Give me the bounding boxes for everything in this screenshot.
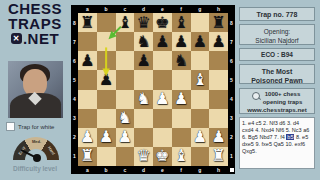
rank-right-2: 2 — [228, 128, 235, 147]
square-b1[interactable] — [97, 147, 116, 166]
white-pawn: ♟ — [193, 129, 207, 145]
rank-left-2: 2 — [71, 128, 78, 147]
square-f8[interactable]: ♝ — [172, 13, 191, 32]
file-labels-bottom: abcdefgh — [78, 166, 228, 174]
trap-side-option[interactable]: Trap for white — [6, 122, 54, 131]
white-pawn: ♟ — [80, 129, 94, 145]
promo-line-1: 1000+ chess — [265, 91, 301, 97]
black-rook: ♜ — [211, 15, 225, 31]
white-knight: ♞ — [118, 110, 132, 126]
promo-box: 1000+ chess opening traps www.chesstraps… — [239, 88, 315, 114]
file-top-h: h — [209, 5, 228, 13]
magnifier-icon — [252, 92, 261, 101]
square-b7[interactable] — [97, 32, 116, 51]
black-knight: ♞ — [136, 34, 150, 50]
square-b2[interactable]: ♟ — [97, 128, 116, 147]
file-bottom-f: f — [172, 166, 191, 174]
trap-for-white-label: Trap for white — [18, 124, 54, 130]
square-a2[interactable]: ♟ — [78, 128, 97, 147]
file-labels-top: abcdefgh — [78, 5, 228, 13]
black-pawn: ♟ — [155, 34, 169, 50]
opening-label: Opening: — [240, 27, 314, 36]
square-a4[interactable] — [78, 90, 97, 109]
rank-labels-right: 87654321 — [228, 13, 235, 166]
site-logo: CHESS TRAPS ✕ .NET — [0, 1, 70, 46]
square-f5[interactable] — [172, 70, 191, 89]
square-e5[interactable] — [153, 70, 172, 89]
white-pawn: ♟ — [118, 129, 132, 145]
logo-line-3: .NET — [23, 31, 59, 46]
rank-left-7: 7 — [71, 32, 78, 51]
square-d2[interactable] — [134, 128, 153, 147]
square-d8[interactable]: ♛ — [134, 13, 153, 32]
rank-right-7: 7 — [228, 32, 235, 51]
file-bottom-d: d — [134, 166, 153, 174]
square-b6[interactable] — [97, 51, 116, 70]
file-top-g: g — [191, 5, 210, 13]
black-pawn: ♟ — [174, 34, 188, 50]
file-bottom-g: g — [191, 166, 210, 174]
trap-number-box: Trap no. 778 — [239, 7, 315, 21]
square-f1[interactable]: ♝ — [172, 147, 191, 166]
site-url[interactable]: www.chesstraps.net — [240, 106, 314, 114]
rank-right-3: 3 — [228, 109, 235, 128]
move-list: 1. e4 c5 2. Nf3 d6 3. d4 cxd4 4. Nxd4 Nf… — [239, 117, 315, 169]
white-bishop: ♝ — [174, 148, 188, 164]
magnifier-handle — [258, 97, 261, 100]
file-top-b: b — [97, 5, 116, 13]
chess-board: abcdefgh abcdefgh 87654321 87654321 ♜♝♛♚… — [71, 5, 235, 174]
square-b8[interactable] — [97, 13, 116, 32]
sidebar: CHESS TRAPS ✕ .NET Trap for white Easy M… — [0, 0, 70, 180]
black-pawn: ♟ — [193, 34, 207, 50]
rank-left-6: 6 — [71, 51, 78, 70]
gauge-label-med: Med. — [32, 139, 41, 144]
square-g3[interactable] — [191, 109, 210, 128]
square-a5[interactable] — [78, 70, 97, 89]
square-h7[interactable]: ♟ — [209, 32, 228, 51]
square-d3[interactable] — [134, 109, 153, 128]
square-g7[interactable]: ♟ — [191, 32, 210, 51]
white-pawn: ♟ — [174, 91, 188, 107]
rank-left-1: 1 — [71, 147, 78, 166]
fullscreen-icon[interactable] — [230, 168, 234, 172]
rank-right-1: 1 — [228, 147, 235, 166]
white-king: ♚ — [155, 148, 169, 164]
square-g8[interactable] — [191, 13, 210, 32]
logo-line-1: CHESS — [0, 1, 70, 16]
rank-left-8: 8 — [71, 13, 78, 32]
square-e7[interactable]: ♟ — [153, 32, 172, 51]
presenter-photo — [8, 61, 63, 118]
file-top-f: f — [172, 5, 191, 13]
rank-right-4: 4 — [228, 90, 235, 109]
info-panel: Trap no. 778 Opening: Sicilian Najdorf E… — [236, 0, 320, 180]
promo-line-2: opening traps — [263, 99, 303, 105]
white-pawn: ♟ — [155, 91, 169, 107]
square-d1[interactable]: ♛ — [134, 147, 153, 166]
square-e1[interactable]: ♚ — [153, 147, 172, 166]
black-pawn: ♟ — [136, 53, 150, 69]
square-c4[interactable] — [116, 90, 135, 109]
black-rook: ♜ — [80, 15, 94, 31]
square-b4[interactable] — [97, 90, 116, 109]
trap-title-box: The Most Poisoned Pawn — [239, 64, 315, 84]
square-c6[interactable] — [116, 51, 135, 70]
square-h4[interactable] — [209, 90, 228, 109]
white-rook: ♜ — [80, 148, 94, 164]
trap-title-line2: Poisoned Pawn — [240, 76, 314, 85]
square-g2[interactable]: ♟ — [191, 128, 210, 147]
square-f2[interactable] — [172, 128, 191, 147]
square-g1[interactable] — [191, 147, 210, 166]
difficulty-gauge: Easy Med. Hard — [13, 137, 59, 160]
trap-title-line1: The Most — [240, 67, 314, 76]
black-king: ♚ — [155, 15, 169, 31]
logo-line-2: TRAPS — [0, 16, 70, 31]
file-top-d: d — [134, 5, 153, 13]
black-bishop: ♝ — [174, 15, 188, 31]
square-g5[interactable]: ♝ — [191, 70, 210, 89]
square-h5[interactable] — [209, 70, 228, 89]
square-f7[interactable]: ♟ — [172, 32, 191, 51]
square-g6[interactable] — [191, 51, 210, 70]
trap-for-white-checkbox[interactable] — [6, 122, 15, 131]
square-d7[interactable]: ♞ — [134, 32, 153, 51]
square-e4[interactable]: ♟ — [153, 90, 172, 109]
square-c2[interactable]: ♟ — [116, 128, 135, 147]
file-bottom-a: a — [78, 166, 97, 174]
rank-right-5: 5 — [228, 70, 235, 89]
square-a1[interactable]: ♜ — [78, 147, 97, 166]
board-squares: ♜♝♛♚♝♜♞♟♟♟♟♟♟♞♟♝♞♟♟♞♟♟♟♟♟♜♛♚♝♜ — [78, 13, 228, 166]
rank-left-5: 5 — [71, 70, 78, 89]
file-bottom-c: c — [116, 166, 135, 174]
white-rook: ♜ — [211, 148, 225, 164]
square-c8[interactable]: ♝ — [116, 13, 135, 32]
file-bottom-b: b — [97, 166, 116, 174]
white-bishop: ♝ — [193, 72, 207, 88]
square-c7[interactable] — [116, 32, 135, 51]
black-pawn: ♟ — [211, 34, 225, 50]
black-bishop: ♝ — [118, 15, 132, 31]
square-h2[interactable]: ♟ — [209, 128, 228, 147]
black-queen: ♛ — [136, 15, 150, 31]
white-knight: ♞ — [136, 91, 150, 107]
black-knight: ♞ — [174, 53, 188, 69]
square-d4[interactable]: ♞ — [134, 90, 153, 109]
square-c5[interactable] — [116, 70, 135, 89]
square-f4[interactable]: ♟ — [172, 90, 191, 109]
file-top-e: e — [153, 5, 172, 13]
file-bottom-e: e — [153, 166, 172, 174]
rank-labels-left: 87654321 — [71, 13, 78, 166]
square-g4[interactable] — [191, 90, 210, 109]
square-f3[interactable] — [172, 109, 191, 128]
square-e3[interactable] — [153, 109, 172, 128]
file-top-c: c — [116, 5, 135, 13]
square-h3[interactable] — [209, 109, 228, 128]
rank-right-6: 6 — [228, 51, 235, 70]
square-a6[interactable]: ♟ — [78, 51, 97, 70]
white-pawn: ♟ — [211, 129, 225, 145]
square-h1[interactable]: ♜ — [209, 147, 228, 166]
file-bottom-h: h — [209, 166, 228, 174]
square-f6[interactable]: ♞ — [172, 51, 191, 70]
eco-box: ECO : B94 — [239, 48, 315, 61]
promo-text: 1000+ chess opening traps — [263, 91, 303, 106]
square-e6[interactable] — [153, 51, 172, 70]
rank-right-8: 8 — [228, 13, 235, 32]
logo-x-icon: ✕ — [11, 33, 22, 44]
opening-box: Opening: Sicilian Najdorf — [239, 24, 315, 45]
white-pawn: ♟ — [99, 129, 113, 145]
black-pawn: ♟ — [80, 53, 94, 69]
square-c3[interactable]: ♞ — [116, 109, 135, 128]
rank-left-4: 4 — [71, 90, 78, 109]
square-d6[interactable]: ♟ — [134, 51, 153, 70]
square-c1[interactable] — [116, 147, 135, 166]
video-frame: CHESS TRAPS ✕ .NET Trap for white Easy M… — [0, 0, 320, 180]
square-a8[interactable]: ♜ — [78, 13, 97, 32]
square-e2[interactable] — [153, 128, 172, 147]
opening-name: Sicilian Najdorf — [240, 36, 314, 45]
gauge-hub — [33, 154, 41, 162]
square-a7[interactable] — [78, 32, 97, 51]
square-h6[interactable] — [209, 51, 228, 70]
file-top-a: a — [78, 5, 97, 13]
rank-left-3: 3 — [71, 109, 78, 128]
square-b5[interactable]: ♟ — [97, 70, 116, 89]
black-pawn: ♟ — [99, 72, 113, 88]
square-e8[interactable]: ♚ — [153, 13, 172, 32]
square-b3[interactable] — [97, 109, 116, 128]
square-a3[interactable] — [78, 109, 97, 128]
difficulty-label: Difficulty level — [0, 165, 70, 172]
square-h8[interactable]: ♜ — [209, 13, 228, 32]
square-d5[interactable] — [134, 70, 153, 89]
white-queen: ♛ — [136, 148, 150, 164]
